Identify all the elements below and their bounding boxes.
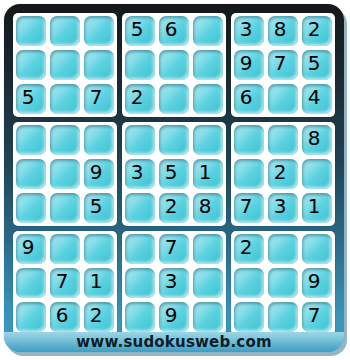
box-r2c1: 95	[13, 122, 117, 226]
cell-r2c9[interactable]: 5	[302, 50, 332, 80]
website-url: www.sudokusweb.com	[76, 333, 271, 351]
cell-digit: 2	[308, 19, 321, 39]
cell-r9c1[interactable]	[16, 302, 46, 332]
cell-r4c5[interactable]	[159, 125, 189, 155]
cell-digit: 3	[165, 271, 178, 291]
cell-digit: 1	[90, 271, 103, 291]
cell-digit: 2	[165, 196, 178, 216]
cell-digit: 3	[131, 162, 144, 182]
cell-digit: 6	[56, 305, 69, 325]
cell-r6c3[interactable]: 5	[84, 193, 114, 223]
cell-r8c5[interactable]: 3	[159, 268, 189, 298]
cell-r1c6[interactable]	[193, 16, 223, 46]
cell-digit: 9	[308, 271, 321, 291]
cell-r9c3[interactable]: 2	[84, 302, 114, 332]
box-r1c1: 57	[13, 13, 117, 117]
cell-r6c1[interactable]	[16, 193, 46, 223]
cell-r8c2[interactable]: 7	[50, 268, 80, 298]
cell-r7c6[interactable]	[193, 234, 223, 264]
cell-r8c7[interactable]	[234, 268, 264, 298]
cell-r1c9[interactable]: 2	[302, 16, 332, 46]
cell-r1c1[interactable]	[16, 16, 46, 46]
cell-digit: 5	[165, 162, 178, 182]
cell-r6c9[interactable]: 1	[302, 193, 332, 223]
box-r1c3: 38297564	[231, 13, 335, 117]
footer-band: www.sudokusweb.com	[4, 332, 344, 352]
cell-digit: 2	[274, 162, 287, 182]
cell-r3c7[interactable]: 6	[234, 84, 264, 114]
cell-digit: 1	[308, 196, 321, 216]
cell-r3c2[interactable]	[50, 84, 80, 114]
cell-r6c8[interactable]: 3	[268, 193, 298, 223]
cell-digit: 5	[22, 87, 35, 107]
cell-r9c2[interactable]: 6	[50, 302, 80, 332]
cell-r7c5[interactable]: 7	[159, 234, 189, 264]
cell-r9c9[interactable]: 7	[302, 302, 332, 332]
box-r1c2: 562	[122, 13, 226, 117]
cell-r3c8[interactable]	[268, 84, 298, 114]
cell-r4c7[interactable]	[234, 125, 264, 155]
cell-r5c5[interactable]: 5	[159, 159, 189, 189]
cell-r9c4[interactable]	[125, 302, 155, 332]
cell-r5c2[interactable]	[50, 159, 80, 189]
cell-digit: 7	[308, 305, 321, 325]
box-r3c1: 97162	[13, 231, 117, 335]
cell-r9c5[interactable]: 9	[159, 302, 189, 332]
cell-digit: 7	[56, 271, 69, 291]
cell-r4c2[interactable]	[50, 125, 80, 155]
cell-r8c4[interactable]	[125, 268, 155, 298]
cell-r3c4[interactable]: 2	[125, 84, 155, 114]
cell-digit: 9	[22, 237, 35, 257]
cell-r1c3[interactable]	[84, 16, 114, 46]
cell-digit: 3	[274, 196, 287, 216]
cell-digit: 5	[308, 53, 321, 73]
cell-r3c6[interactable]	[193, 84, 223, 114]
cell-r8c1[interactable]	[16, 268, 46, 298]
cell-r2c5[interactable]	[159, 50, 189, 80]
cell-r3c1[interactable]: 5	[16, 84, 46, 114]
cell-r4c1[interactable]	[16, 125, 46, 155]
box-r3c3: 297	[231, 231, 335, 335]
cell-r5c7[interactable]	[234, 159, 264, 189]
cell-r2c8[interactable]: 7	[268, 50, 298, 80]
cell-r1c5[interactable]: 6	[159, 16, 189, 46]
box-r2c3: 82731	[231, 122, 335, 226]
cell-r4c3[interactable]	[84, 125, 114, 155]
cell-r8c9[interactable]: 9	[302, 268, 332, 298]
cell-digit: 5	[131, 19, 144, 39]
cell-digit: 7	[90, 87, 103, 107]
cell-r9c7[interactable]	[234, 302, 264, 332]
cell-digit: 2	[240, 237, 253, 257]
cell-r7c8[interactable]	[268, 234, 298, 264]
cell-r4c8[interactable]	[268, 125, 298, 155]
cell-r4c9[interactable]: 8	[302, 125, 332, 155]
cell-r1c4[interactable]: 5	[125, 16, 155, 46]
cell-digit: 5	[90, 196, 103, 216]
cell-r9c6[interactable]	[193, 302, 223, 332]
cell-r7c7[interactable]: 2	[234, 234, 264, 264]
cell-r2c4[interactable]	[125, 50, 155, 80]
cell-digit: 7	[274, 53, 287, 73]
cell-digit: 8	[308, 128, 321, 148]
cell-digit: 8	[274, 19, 287, 39]
cell-r2c6[interactable]	[193, 50, 223, 80]
cell-r2c3[interactable]	[84, 50, 114, 80]
cell-r1c2[interactable]	[50, 16, 80, 46]
box-r2c2: 35128	[122, 122, 226, 226]
cell-r6c7[interactable]: 7	[234, 193, 264, 223]
cell-r4c4[interactable]	[125, 125, 155, 155]
cell-r2c7[interactable]: 9	[234, 50, 264, 80]
cell-r2c2[interactable]	[50, 50, 80, 80]
cell-r6c6[interactable]: 8	[193, 193, 223, 223]
cell-digit: 9	[90, 162, 103, 182]
cell-digit: 4	[308, 87, 321, 107]
cell-r8c3[interactable]: 1	[84, 268, 114, 298]
cell-digit: 7	[165, 237, 178, 257]
cell-r1c8[interactable]: 8	[268, 16, 298, 46]
cell-r6c5[interactable]: 2	[159, 193, 189, 223]
cell-r5c6[interactable]: 1	[193, 159, 223, 189]
cell-r5c8[interactable]: 2	[268, 159, 298, 189]
cell-digit: 3	[240, 19, 253, 39]
cell-digit: 8	[199, 196, 212, 216]
cell-r7c9[interactable]	[302, 234, 332, 264]
cell-r7c4[interactable]	[125, 234, 155, 264]
cell-digit: 2	[90, 305, 103, 325]
cell-r5c9[interactable]	[302, 159, 332, 189]
cell-r7c2[interactable]	[50, 234, 80, 264]
cell-r1c7[interactable]: 3	[234, 16, 264, 46]
cell-r3c3[interactable]: 7	[84, 84, 114, 114]
cell-r8c6[interactable]	[193, 268, 223, 298]
cell-digit: 9	[240, 53, 253, 73]
cell-r6c4[interactable]	[125, 193, 155, 223]
sudoku-board: 575623829756495351288273197162739297 www…	[4, 4, 344, 352]
cell-r5c1[interactable]	[16, 159, 46, 189]
cell-r3c5[interactable]	[159, 84, 189, 114]
sudoku-boxes-grid: 575623829756495351288273197162739297	[13, 13, 335, 335]
cell-r2c1[interactable]	[16, 50, 46, 80]
box-r3c2: 739	[122, 231, 226, 335]
cell-r3c9[interactable]: 4	[302, 84, 332, 114]
sudoku-page: 575623829756495351288273197162739297 www…	[0, 0, 350, 360]
cell-r5c4[interactable]: 3	[125, 159, 155, 189]
cell-digit: 2	[131, 87, 144, 107]
cell-digit: 7	[240, 196, 253, 216]
cell-r7c1[interactable]: 9	[16, 234, 46, 264]
cell-digit: 6	[165, 19, 178, 39]
cell-r9c8[interactable]	[268, 302, 298, 332]
cell-r8c8[interactable]	[268, 268, 298, 298]
cell-r4c6[interactable]	[193, 125, 223, 155]
cell-digit: 9	[165, 305, 178, 325]
cell-digit: 6	[240, 87, 253, 107]
cell-digit: 1	[199, 162, 212, 182]
cell-r6c2[interactable]	[50, 193, 80, 223]
cell-r7c3[interactable]	[84, 234, 114, 264]
cell-r5c3[interactable]: 9	[84, 159, 114, 189]
